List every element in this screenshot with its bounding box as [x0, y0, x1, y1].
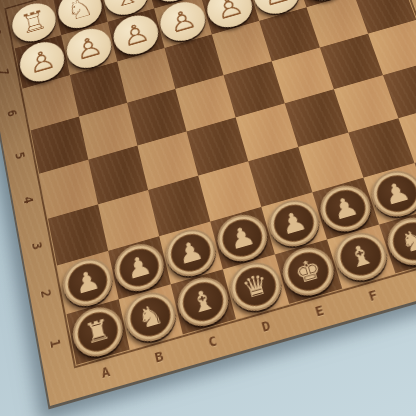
piece-dark-rook[interactable]: ♜ [69, 302, 128, 363]
light-pawn-glyph-icon: ♙ [26, 45, 58, 79]
dark-rook-glyph-icon: ♜ [82, 315, 113, 349]
piece-dark-knight[interactable]: ♞ [121, 287, 181, 348]
chess-board: ♖♘♗♕♔♗♘♖♙♙♙♙♙♙♙♙♟♟♟♟♟♟♟♟♜♞♝♛♚♝♞♜ ABCDEFG… [0, 0, 416, 406]
light-knight-glyph-icon: ♘ [64, 0, 96, 25]
photo-scene: ♖♘♗♕♔♗♘♖♙♙♙♙♙♙♙♙♟♟♟♟♟♟♟♟♜♞♝♛♚♝♞♜ ABCDEFG… [0, 0, 416, 416]
light-pawn-glyph-icon: ♙ [119, 18, 152, 51]
light-pawn-glyph-icon: ♙ [212, 0, 247, 24]
piece-dark-bishop[interactable]: ♝ [173, 272, 234, 332]
light-pawn-glyph-icon: ♙ [73, 32, 106, 65]
dark-pawn-glyph-icon: ♟ [73, 266, 103, 299]
light-bishop-glyph-icon: ♗ [110, 0, 143, 12]
light-rook-glyph-icon: ♖ [18, 6, 50, 38]
light-pawn-glyph-icon: ♙ [259, 0, 294, 11]
light-pawn-glyph-icon: ♙ [166, 5, 200, 38]
